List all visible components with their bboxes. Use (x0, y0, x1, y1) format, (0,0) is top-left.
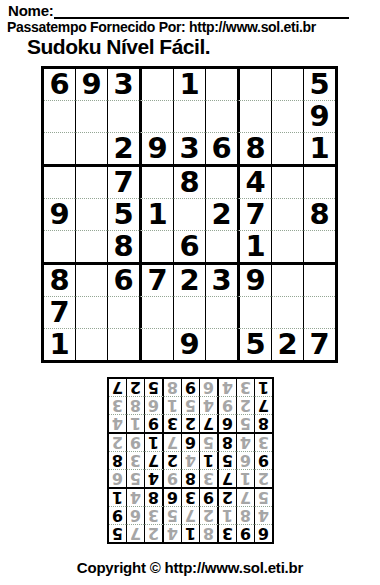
solution-cell-r8c1: 7 (255, 397, 272, 415)
sudoku-cell-r2c4 (139, 100, 173, 132)
solution-cell-r3c3: 2 (219, 489, 237, 507)
solution-cell-r3c1: 5 (255, 489, 272, 507)
solution-cell-r9c4: 6 (200, 379, 219, 397)
solution-cell-r2c9: 9 (109, 507, 127, 525)
sudoku-cell-r8c1: 7 (44, 296, 75, 328)
solution-cell-r3c9: 1 (109, 489, 127, 507)
sudoku-cell-r4c3: 7 (107, 164, 139, 198)
sudoku-cell-r2c3 (107, 100, 139, 132)
solution-cell-r5c3: 5 (219, 452, 237, 470)
sudoku-cell-r7c7: 9 (237, 262, 271, 296)
solution-cell-r7c7: 9 (145, 415, 164, 434)
sudoku-cell-r7c8 (271, 262, 303, 296)
sudoku-cell-r3c2 (75, 132, 107, 164)
solution-cell-r1c2: 9 (237, 525, 255, 542)
solution-cell-r4c7: 4 (145, 470, 164, 489)
name-fill-in-line (54, 4, 349, 19)
solution-cell-r2c2: 8 (237, 507, 255, 525)
sudoku-cell-r2c1 (44, 100, 75, 132)
sudoku-cell-r5c8 (271, 198, 303, 230)
solution-cell-r8c6: 1 (164, 397, 182, 415)
sudoku-cell-r7c6: 3 (205, 262, 237, 296)
solution-cell-r3c6: 6 (164, 489, 182, 507)
sudoku-cell-r6c6 (205, 230, 237, 262)
solution-cell-r1c3: 3 (219, 525, 237, 542)
solution-cell-r6c3: 8 (219, 434, 237, 452)
solution-cell-r8c9: 3 (109, 397, 127, 415)
sudoku-cell-r9c5: 9 (173, 328, 205, 360)
sudoku-cell-r3c9: 1 (303, 132, 335, 164)
sudoku-cell-r3c3: 2 (107, 132, 139, 164)
solution-cell-r8c4: 4 (200, 397, 219, 415)
sudoku-cell-r3c7: 8 (237, 132, 271, 164)
solution-cell-r1c4: 8 (200, 525, 219, 542)
solution-cell-r7c3: 6 (219, 415, 237, 434)
solution-cell-r2c6: 5 (164, 507, 182, 525)
sudoku-cell-r9c3 (107, 328, 139, 360)
sudoku-cell-r8c5 (173, 296, 205, 328)
sudoku-cell-r8c6 (205, 296, 237, 328)
sudoku-cell-r9c9: 7 (303, 328, 335, 360)
solution-cell-r9c5: 9 (182, 379, 200, 397)
sudoku-cell-r6c1 (44, 230, 75, 262)
sudoku-cell-r2c9: 9 (303, 100, 335, 132)
solution-cell-r9c6: 8 (164, 379, 182, 397)
sudoku-cell-r1c6 (205, 69, 237, 100)
sudoku-cell-r4c5: 8 (173, 164, 205, 198)
solution-cell-r8c3: 9 (219, 397, 237, 415)
sudoku-cell-r6c2 (75, 230, 107, 262)
solution-cell-r1c1: 6 (255, 525, 272, 542)
solution-cell-r5c1: 9 (255, 452, 272, 470)
solution-cell-r2c5: 7 (182, 507, 200, 525)
solution-cell-r6c7: 1 (145, 434, 164, 452)
solution-cell-r9c8: 2 (127, 379, 145, 397)
sudoku-cell-r3c1 (44, 132, 75, 164)
sudoku-cell-r2c2 (75, 100, 107, 132)
solution-grid-rotated: 6938142754812753695729368412173894569651… (107, 377, 274, 544)
solution-cell-r2c7: 3 (145, 507, 164, 525)
sudoku-cell-r1c5: 1 (173, 69, 205, 100)
sudoku-cell-r2c5 (173, 100, 205, 132)
main-sudoku-grid: 693159293681784951278861867239719527 (41, 66, 338, 363)
solution-cell-r1c8: 7 (127, 525, 145, 542)
solution-cell-r1c9: 5 (109, 525, 127, 542)
solution-cell-r3c4: 9 (200, 489, 219, 507)
sudoku-cell-r5c3: 5 (107, 198, 139, 230)
solution-cell-r3c8: 4 (127, 489, 145, 507)
solution-cell-r5c9: 8 (109, 452, 127, 470)
sudoku-cell-r1c1: 6 (44, 69, 75, 100)
sudoku-cell-r8c3 (107, 296, 139, 328)
sudoku-cell-r5c5 (173, 198, 205, 230)
solution-cell-r3c5: 3 (182, 489, 200, 507)
page-title: Sudoku Nível Fácil. (27, 35, 210, 59)
sudoku-cell-r4c6 (205, 164, 237, 198)
sudoku-cell-r6c7: 1 (237, 230, 271, 262)
solution-cell-r3c2: 7 (237, 489, 255, 507)
sudoku-cell-r5c9: 8 (303, 198, 335, 230)
sudoku-cell-r5c4: 1 (139, 198, 173, 230)
sudoku-cell-r6c4 (139, 230, 173, 262)
sudoku-cell-r1c7 (237, 69, 271, 100)
solution-cell-r6c4: 5 (200, 434, 219, 452)
solution-cell-r9c3: 4 (219, 379, 237, 397)
sudoku-cell-r3c8 (271, 132, 303, 164)
solution-cell-r5c7: 7 (145, 452, 164, 470)
solution-cell-r9c9: 7 (109, 379, 127, 397)
solution-cell-r8c2: 2 (237, 397, 255, 415)
solution-cell-r6c1: 3 (255, 434, 272, 452)
sudoku-cell-r9c1: 1 (44, 328, 75, 360)
solution-cell-r4c5: 8 (182, 470, 200, 489)
solution-cell-r8c5: 5 (182, 397, 200, 415)
solution-cell-r2c4: 2 (200, 507, 219, 525)
sudoku-cell-r9c8: 2 (271, 328, 303, 360)
solution-cell-r2c8: 6 (127, 507, 145, 525)
sudoku-cell-r8c8 (271, 296, 303, 328)
sudoku-cell-r7c2 (75, 262, 107, 296)
sudoku-cell-r5c2 (75, 198, 107, 230)
solution-cell-r7c4: 7 (200, 415, 219, 434)
solution-cell-r4c8: 5 (127, 470, 145, 489)
solution-cell-r4c4: 3 (200, 470, 219, 489)
solution-cell-r4c6: 9 (164, 470, 182, 489)
solution-cell-r5c8: 3 (127, 452, 145, 470)
sudoku-cell-r7c9 (303, 262, 335, 296)
sudoku-cell-r3c5: 3 (173, 132, 205, 164)
sudoku-cell-r5c6: 2 (205, 198, 237, 230)
sudoku-cell-r8c2 (75, 296, 107, 328)
sudoku-cell-r8c7 (237, 296, 271, 328)
copyright-text: Copyright © http://www.sol.eti.br (0, 559, 380, 576)
sudoku-cell-r1c3: 3 (107, 69, 139, 100)
sudoku-cell-r9c7: 5 (237, 328, 271, 360)
solution-cell-r4c9: 6 (109, 470, 127, 489)
solution-cell-r2c1: 4 (255, 507, 272, 525)
sudoku-cell-r4c9 (303, 164, 335, 198)
sudoku-cell-r1c2: 9 (75, 69, 107, 100)
sudoku-cell-r2c8 (271, 100, 303, 132)
sudoku-cell-r8c4 (139, 296, 173, 328)
sudoku-cell-r1c8 (271, 69, 303, 100)
solution-cell-r9c1: 1 (255, 379, 272, 397)
sudoku-cell-r4c8 (271, 164, 303, 198)
solution-cell-r5c2: 6 (237, 452, 255, 470)
solution-cell-r7c9: 4 (109, 415, 127, 434)
solution-cell-r6c6: 7 (164, 434, 182, 452)
sudoku-cell-r2c6 (205, 100, 237, 132)
sudoku-cell-r7c5: 2 (173, 262, 205, 296)
sudoku-cell-r7c3: 6 (107, 262, 139, 296)
solution-cell-r7c6: 3 (164, 415, 182, 434)
sudoku-cell-r4c7: 4 (237, 164, 271, 198)
sudoku-cell-r1c4 (139, 69, 173, 100)
name-label: Nome: (8, 2, 54, 19)
sudoku-cell-r5c1: 9 (44, 198, 75, 230)
solution-cell-r6c2: 4 (237, 434, 255, 452)
sudoku-cell-r6c5: 6 (173, 230, 205, 262)
solution-cell-r7c8: 1 (127, 415, 145, 434)
sudoku-cell-r7c4: 7 (139, 262, 173, 296)
sudoku-cell-r1c9: 5 (303, 69, 335, 100)
sudoku-cell-r3c4: 9 (139, 132, 173, 164)
solution-cell-r4c3: 7 (219, 470, 237, 489)
sudoku-cell-r4c1 (44, 164, 75, 198)
solution-cell-r1c5: 1 (182, 525, 200, 542)
sudoku-cell-r3c6: 6 (205, 132, 237, 164)
provider-text: Passatempo Fornecido Por: http://www.sol… (7, 19, 316, 35)
sudoku-cell-r6c9 (303, 230, 335, 262)
sudoku-cell-r2c7 (237, 100, 271, 132)
sudoku-cell-r4c4 (139, 164, 173, 198)
sudoku-cell-r5c7: 7 (237, 198, 271, 230)
solution-cell-r7c5: 2 (182, 415, 200, 434)
solution-cell-r6c5: 6 (182, 434, 200, 452)
name-row: Nome: (8, 2, 349, 19)
solution-cell-r5c6: 2 (164, 452, 182, 470)
sudoku-cell-r9c4 (139, 328, 173, 360)
sudoku-cell-r6c3: 8 (107, 230, 139, 262)
solution-cell-r6c8: 9 (127, 434, 145, 452)
solution-cell-r9c2: 3 (237, 379, 255, 397)
sudoku-cell-r7c1: 8 (44, 262, 75, 296)
solution-cell-r4c1: 2 (255, 470, 272, 489)
solution-cell-r5c4: 1 (200, 452, 219, 470)
solution-cell-r9c7: 5 (145, 379, 164, 397)
sudoku-cell-r6c8 (271, 230, 303, 262)
solution-cell-r1c7: 2 (145, 525, 164, 542)
solution-cell-r1c6: 4 (164, 525, 182, 542)
puzzle-page: Nome: Passatempo Fornecido Por: http://w… (0, 0, 380, 585)
sudoku-cell-r8c9 (303, 296, 335, 328)
solution-cell-r8c7: 6 (145, 397, 164, 415)
solution-cell-r6c9: 2 (109, 434, 127, 452)
sudoku-cell-r9c2 (75, 328, 107, 360)
solution-cell-r3c7: 8 (145, 489, 164, 507)
solution-cell-r8c8: 8 (127, 397, 145, 415)
solution-cell-r5c5: 4 (182, 452, 200, 470)
sudoku-cell-r4c2 (75, 164, 107, 198)
solution-cell-r7c2: 5 (237, 415, 255, 434)
solution-cell-r7c1: 8 (255, 415, 272, 434)
sudoku-cell-r9c6 (205, 328, 237, 360)
solution-cell-r4c2: 1 (237, 470, 255, 489)
solution-cell-r2c3: 1 (219, 507, 237, 525)
